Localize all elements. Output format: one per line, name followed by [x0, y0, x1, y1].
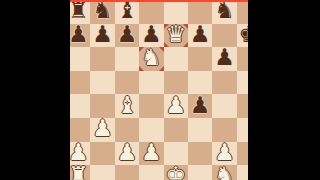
piece-white-queen[interactable]: ♛ — [165, 23, 186, 46]
square-g6[interactable]: ♟ — [212, 47, 236, 71]
piece-black-pawn[interactable]: ♟ — [117, 23, 138, 46]
top-red-progress-line — [70, 0, 248, 2]
letterbox-right — [248, 0, 320, 180]
piece-white-knight[interactable]: ♞ — [141, 46, 162, 69]
piece-white-pawn[interactable]: ♟ — [117, 141, 138, 164]
square-g5[interactable] — [212, 71, 236, 95]
square-b5[interactable] — [90, 71, 114, 95]
piece-black-pawn[interactable]: ♟ — [214, 46, 235, 69]
square-c6[interactable] — [115, 47, 139, 71]
piece-white-pawn[interactable]: ♟ — [68, 141, 89, 164]
square-g4[interactable] — [212, 94, 236, 118]
square-e7[interactable]: ♛ — [164, 24, 188, 48]
square-b2[interactable] — [90, 142, 114, 166]
square-g1[interactable]: ♞ — [212, 165, 236, 180]
piece-white-knight[interactable]: ♞ — [214, 164, 235, 180]
square-b3[interactable]: ♟ — [90, 118, 114, 142]
square-c2[interactable]: ♟ — [115, 142, 139, 166]
square-e4[interactable]: ♟ — [164, 94, 188, 118]
square-b6[interactable] — [90, 47, 114, 71]
piece-white-king[interactable]: ♚ — [165, 164, 186, 180]
piece-black-pawn[interactable]: ♟ — [92, 23, 113, 46]
square-f1[interactable] — [188, 165, 212, 180]
square-b7[interactable]: ♟ — [90, 24, 114, 48]
piece-black-knight[interactable]: ♞ — [214, 0, 235, 22]
chess-board: ♜♞♝♞♟♟♟♟♛♟♚♞♟♝♟♟♟♟♟♟♟♜♚♞ — [66, 0, 261, 180]
piece-black-pawn[interactable]: ♟ — [68, 23, 89, 46]
square-c7[interactable]: ♟ — [115, 24, 139, 48]
square-e1[interactable]: ♚ — [164, 165, 188, 180]
piece-white-bishop[interactable]: ♝ — [117, 94, 138, 117]
piece-black-pawn[interactable]: ♟ — [190, 23, 211, 46]
piece-white-pawn[interactable]: ♟ — [141, 141, 162, 164]
square-g8[interactable]: ♞ — [212, 0, 236, 24]
video-frame: ♜♞♝♞♟♟♟♟♛♟♚♞♟♝♟♟♟♟♟♟♟♜♚♞ — [0, 0, 320, 180]
square-d4[interactable] — [139, 94, 163, 118]
square-e6[interactable] — [164, 47, 188, 71]
piece-black-knight[interactable]: ♞ — [92, 0, 113, 22]
letterbox-left — [0, 0, 70, 180]
square-d5[interactable] — [139, 71, 163, 95]
piece-black-pawn[interactable]: ♟ — [141, 23, 162, 46]
piece-black-rook[interactable]: ♜ — [68, 0, 89, 22]
square-f4[interactable]: ♟ — [188, 94, 212, 118]
square-f7[interactable]: ♟ — [188, 24, 212, 48]
piece-black-bishop[interactable]: ♝ — [117, 0, 138, 22]
square-d6[interactable]: ♞ — [139, 47, 163, 71]
square-b1[interactable] — [90, 165, 114, 180]
square-f3[interactable] — [188, 118, 212, 142]
square-c4[interactable]: ♝ — [115, 94, 139, 118]
piece-white-pawn[interactable]: ♟ — [165, 94, 186, 117]
piece-white-rook[interactable]: ♜ — [68, 164, 89, 180]
square-f6[interactable] — [188, 47, 212, 71]
piece-black-pawn[interactable]: ♟ — [190, 94, 211, 117]
piece-white-pawn[interactable]: ♟ — [92, 117, 113, 140]
square-c1[interactable] — [115, 165, 139, 180]
square-d1[interactable] — [139, 165, 163, 180]
square-e3[interactable] — [164, 118, 188, 142]
piece-white-pawn[interactable]: ♟ — [214, 141, 235, 164]
square-d2[interactable]: ♟ — [139, 142, 163, 166]
square-f2[interactable] — [188, 142, 212, 166]
